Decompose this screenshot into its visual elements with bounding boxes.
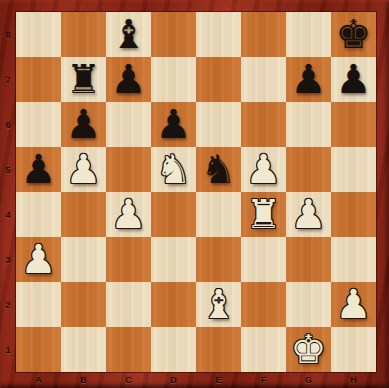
square-c6[interactable]	[106, 102, 151, 147]
file-label-h: H	[331, 372, 376, 388]
black-bishop-c8[interactable]: ♝	[111, 12, 147, 57]
square-h7[interactable]: ♟	[331, 57, 376, 102]
square-g4[interactable]: ♟	[286, 192, 331, 237]
black-knight-e5[interactable]: ♞	[201, 147, 237, 192]
square-d2[interactable]	[151, 282, 196, 327]
square-b8[interactable]	[61, 12, 106, 57]
square-f3[interactable]	[241, 237, 286, 282]
square-h4[interactable]	[331, 192, 376, 237]
square-d4[interactable]	[151, 192, 196, 237]
white-pawn-c4[interactable]: ♟	[111, 192, 147, 237]
white-pawn-a3[interactable]: ♟	[21, 237, 57, 282]
black-pawn-b6[interactable]: ♟	[66, 102, 102, 147]
square-g7[interactable]: ♟	[286, 57, 331, 102]
square-c5[interactable]	[106, 147, 151, 192]
square-a3[interactable]: ♟	[16, 237, 61, 282]
square-g6[interactable]	[286, 102, 331, 147]
square-h6[interactable]	[331, 102, 376, 147]
square-a5[interactable]: ♟	[16, 147, 61, 192]
white-rook-f4[interactable]: ♜	[246, 192, 282, 237]
square-e6[interactable]	[196, 102, 241, 147]
square-e4[interactable]	[196, 192, 241, 237]
square-f1[interactable]	[241, 327, 286, 372]
square-d3[interactable]	[151, 237, 196, 282]
square-d6[interactable]: ♟	[151, 102, 196, 147]
rank-label-6: 6	[0, 102, 16, 147]
square-a4[interactable]	[16, 192, 61, 237]
square-d8[interactable]	[151, 12, 196, 57]
square-h5[interactable]	[331, 147, 376, 192]
square-c1[interactable]	[106, 327, 151, 372]
file-label-e: E	[196, 372, 241, 388]
square-h1[interactable]	[331, 327, 376, 372]
square-a1[interactable]	[16, 327, 61, 372]
square-f5[interactable]: ♟	[241, 147, 286, 192]
square-g1[interactable]: ♚	[286, 327, 331, 372]
square-h8[interactable]: ♚	[331, 12, 376, 57]
black-king-h8[interactable]: ♚	[336, 12, 372, 57]
file-label-b: B	[61, 372, 106, 388]
square-a7[interactable]	[16, 57, 61, 102]
white-bishop-e2[interactable]: ♝	[201, 282, 237, 327]
square-b3[interactable]	[61, 237, 106, 282]
file-label-g: G	[286, 372, 331, 388]
black-pawn-g7[interactable]: ♟	[291, 57, 327, 102]
square-e2[interactable]: ♝	[196, 282, 241, 327]
file-label-d: D	[151, 372, 196, 388]
rank-label-7: 7	[0, 57, 16, 102]
white-pawn-g4[interactable]: ♟	[291, 192, 327, 237]
square-d1[interactable]	[151, 327, 196, 372]
square-e5[interactable]: ♞	[196, 147, 241, 192]
square-e7[interactable]	[196, 57, 241, 102]
square-e3[interactable]	[196, 237, 241, 282]
square-c8[interactable]: ♝	[106, 12, 151, 57]
square-b4[interactable]	[61, 192, 106, 237]
rank-label-1: 1	[0, 327, 16, 372]
square-b5[interactable]: ♟	[61, 147, 106, 192]
rank-labels: 87654321	[0, 12, 16, 372]
square-h3[interactable]	[331, 237, 376, 282]
square-b7[interactable]: ♜	[61, 57, 106, 102]
rank-label-2: 2	[0, 282, 16, 327]
square-f7[interactable]	[241, 57, 286, 102]
rank-label-8: 8	[0, 12, 16, 57]
white-pawn-b5[interactable]: ♟	[66, 147, 102, 192]
square-e8[interactable]	[196, 12, 241, 57]
white-king-g1[interactable]: ♚	[291, 327, 327, 372]
square-c2[interactable]	[106, 282, 151, 327]
square-g2[interactable]	[286, 282, 331, 327]
square-c4[interactable]: ♟	[106, 192, 151, 237]
square-d7[interactable]	[151, 57, 196, 102]
square-g8[interactable]	[286, 12, 331, 57]
chess-board[interactable]: ♝♚♜♟♟♟♟♟♟♟♞♞♟♟♜♟♟♝♟♚	[16, 12, 376, 372]
board-frame: 87654321 ♝♚♜♟♟♟♟♟♟♟♞♞♟♟♜♟♟♝♟♚ ABCDEFGH	[0, 0, 389, 388]
white-pawn-f5[interactable]: ♟	[246, 147, 282, 192]
square-e1[interactable]	[196, 327, 241, 372]
file-label-c: C	[106, 372, 151, 388]
square-h2[interactable]: ♟	[331, 282, 376, 327]
square-c7[interactable]: ♟	[106, 57, 151, 102]
black-pawn-d6[interactable]: ♟	[156, 102, 192, 147]
black-pawn-a5[interactable]: ♟	[21, 147, 57, 192]
square-a2[interactable]	[16, 282, 61, 327]
square-b6[interactable]: ♟	[61, 102, 106, 147]
square-f6[interactable]	[241, 102, 286, 147]
square-b2[interactable]	[61, 282, 106, 327]
square-f2[interactable]	[241, 282, 286, 327]
rank-label-3: 3	[0, 237, 16, 282]
square-f4[interactable]: ♜	[241, 192, 286, 237]
black-rook-b7[interactable]: ♜	[66, 57, 102, 102]
rank-label-5: 5	[0, 147, 16, 192]
file-labels: ABCDEFGH	[16, 372, 376, 388]
file-label-a: A	[16, 372, 61, 388]
black-pawn-h7[interactable]: ♟	[336, 57, 372, 102]
white-pawn-h2[interactable]: ♟	[336, 282, 372, 327]
square-f8[interactable]	[241, 12, 286, 57]
white-knight-d5[interactable]: ♞	[156, 147, 192, 192]
square-b1[interactable]	[61, 327, 106, 372]
square-g3[interactable]	[286, 237, 331, 282]
black-pawn-c7[interactable]: ♟	[111, 57, 147, 102]
square-a8[interactable]	[16, 12, 61, 57]
square-d5[interactable]: ♞	[151, 147, 196, 192]
square-g5[interactable]	[286, 147, 331, 192]
file-label-f: F	[241, 372, 286, 388]
rank-label-4: 4	[0, 192, 16, 237]
square-c3[interactable]	[106, 237, 151, 282]
square-a6[interactable]	[16, 102, 61, 147]
